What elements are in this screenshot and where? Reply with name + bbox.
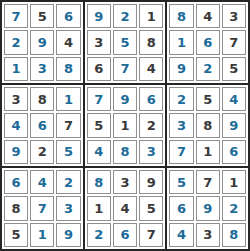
sudoku-cell-r2c7[interactable]: 1 xyxy=(169,30,193,54)
sudoku-board: 7562941389213586748431679253814679257965… xyxy=(0,0,250,251)
sudoku-cell-r6c2[interactable]: 2 xyxy=(30,140,54,164)
sudoku-cell-r2c2[interactable]: 9 xyxy=(30,30,54,54)
sudoku-cell-r9c7[interactable]: 4 xyxy=(169,223,193,247)
sudoku-cell-r5c9[interactable]: 9 xyxy=(222,113,246,137)
sudoku-cell-r8c5[interactable]: 4 xyxy=(113,196,137,220)
sudoku-cell-r3c4[interactable]: 6 xyxy=(87,57,111,81)
sudoku-cell-r1c9[interactable]: 3 xyxy=(222,4,246,28)
sudoku-cell-r2c9[interactable]: 7 xyxy=(222,30,246,54)
sudoku-cell-r7c5[interactable]: 3 xyxy=(113,170,137,194)
sudoku-cell-r1c1[interactable]: 7 xyxy=(4,4,28,28)
sudoku-cell-r5c6[interactable]: 2 xyxy=(139,113,163,137)
sudoku-cell-r9c9[interactable]: 8 xyxy=(222,223,246,247)
sudoku-box-3: 843167925 xyxy=(167,2,248,83)
sudoku-cell-r7c9[interactable]: 1 xyxy=(222,170,246,194)
sudoku-box-7: 642873519 xyxy=(2,168,83,249)
sudoku-cell-r8c9[interactable]: 2 xyxy=(222,196,246,220)
sudoku-cell-r7c4[interactable]: 8 xyxy=(87,170,111,194)
sudoku-cell-r2c8[interactable]: 6 xyxy=(196,30,220,54)
sudoku-cell-r6c8[interactable]: 1 xyxy=(196,140,220,164)
sudoku-cell-r6c4[interactable]: 4 xyxy=(87,140,111,164)
sudoku-cell-r7c3[interactable]: 2 xyxy=(56,170,80,194)
sudoku-cell-r2c4[interactable]: 3 xyxy=(87,30,111,54)
sudoku-box-2: 921358674 xyxy=(85,2,166,83)
sudoku-cell-r6c7[interactable]: 7 xyxy=(169,140,193,164)
sudoku-cell-r3c6[interactable]: 4 xyxy=(139,57,163,81)
sudoku-cell-r6c5[interactable]: 8 xyxy=(113,140,137,164)
sudoku-box-6: 254389716 xyxy=(167,85,248,166)
sudoku-cell-r6c3[interactable]: 5 xyxy=(56,140,80,164)
sudoku-cell-r5c3[interactable]: 7 xyxy=(56,113,80,137)
sudoku-cell-r9c2[interactable]: 1 xyxy=(30,223,54,247)
sudoku-cell-r9c3[interactable]: 9 xyxy=(56,223,80,247)
sudoku-cell-r5c2[interactable]: 6 xyxy=(30,113,54,137)
sudoku-cell-r4c3[interactable]: 1 xyxy=(56,87,80,111)
sudoku-cell-r4c4[interactable]: 7 xyxy=(87,87,111,111)
sudoku-cell-r7c6[interactable]: 9 xyxy=(139,170,163,194)
sudoku-cell-r8c3[interactable]: 3 xyxy=(56,196,80,220)
sudoku-cell-r5c1[interactable]: 4 xyxy=(4,113,28,137)
sudoku-cell-r4c7[interactable]: 2 xyxy=(169,87,193,111)
sudoku-cell-r6c1[interactable]: 9 xyxy=(4,140,28,164)
sudoku-cell-r7c8[interactable]: 7 xyxy=(196,170,220,194)
sudoku-cell-r2c6[interactable]: 8 xyxy=(139,30,163,54)
sudoku-box-4: 381467925 xyxy=(2,85,83,166)
sudoku-cell-r5c4[interactable]: 5 xyxy=(87,113,111,137)
sudoku-cell-r9c1[interactable]: 5 xyxy=(4,223,28,247)
sudoku-box-1: 756294138 xyxy=(2,2,83,83)
sudoku-cell-r3c5[interactable]: 7 xyxy=(113,57,137,81)
sudoku-cell-r6c6[interactable]: 3 xyxy=(139,140,163,164)
sudoku-cell-r9c4[interactable]: 2 xyxy=(87,223,111,247)
sudoku-cell-r7c2[interactable]: 4 xyxy=(30,170,54,194)
sudoku-cell-r1c8[interactable]: 4 xyxy=(196,4,220,28)
sudoku-cell-r8c6[interactable]: 5 xyxy=(139,196,163,220)
sudoku-cell-r1c3[interactable]: 6 xyxy=(56,4,80,28)
sudoku-cell-r4c8[interactable]: 5 xyxy=(196,87,220,111)
sudoku-cell-r2c5[interactable]: 5 xyxy=(113,30,137,54)
sudoku-cell-r1c2[interactable]: 5 xyxy=(30,4,54,28)
sudoku-cell-r1c7[interactable]: 8 xyxy=(169,4,193,28)
sudoku-cell-r7c7[interactable]: 5 xyxy=(169,170,193,194)
sudoku-cell-r4c9[interactable]: 4 xyxy=(222,87,246,111)
sudoku-cell-r9c6[interactable]: 7 xyxy=(139,223,163,247)
sudoku-cell-r4c1[interactable]: 3 xyxy=(4,87,28,111)
sudoku-cell-r6c9[interactable]: 6 xyxy=(222,140,246,164)
sudoku-cell-r2c3[interactable]: 4 xyxy=(56,30,80,54)
sudoku-cell-r8c8[interactable]: 9 xyxy=(196,196,220,220)
sudoku-cell-r2c1[interactable]: 2 xyxy=(4,30,28,54)
sudoku-cell-r3c8[interactable]: 2 xyxy=(196,57,220,81)
sudoku-cell-r9c5[interactable]: 6 xyxy=(113,223,137,247)
sudoku-cell-r9c8[interactable]: 3 xyxy=(196,223,220,247)
sudoku-cell-r8c1[interactable]: 8 xyxy=(4,196,28,220)
sudoku-cell-r5c5[interactable]: 1 xyxy=(113,113,137,137)
sudoku-cell-r1c5[interactable]: 2 xyxy=(113,4,137,28)
sudoku-cell-r4c5[interactable]: 9 xyxy=(113,87,137,111)
sudoku-cell-r5c7[interactable]: 3 xyxy=(169,113,193,137)
sudoku-cell-r1c4[interactable]: 9 xyxy=(87,4,111,28)
sudoku-cell-r4c2[interactable]: 8 xyxy=(30,87,54,111)
sudoku-box-9: 571692438 xyxy=(167,168,248,249)
sudoku-box-8: 839145267 xyxy=(85,168,166,249)
sudoku-cell-r3c1[interactable]: 1 xyxy=(4,57,28,81)
sudoku-cell-r8c7[interactable]: 6 xyxy=(169,196,193,220)
sudoku-cell-r8c2[interactable]: 7 xyxy=(30,196,54,220)
sudoku-cell-r4c6[interactable]: 6 xyxy=(139,87,163,111)
sudoku-box-5: 796512483 xyxy=(85,85,166,166)
sudoku-cell-r1c6[interactable]: 1 xyxy=(139,4,163,28)
sudoku-cell-r3c7[interactable]: 9 xyxy=(169,57,193,81)
sudoku-cell-r3c3[interactable]: 8 xyxy=(56,57,80,81)
sudoku-cell-r8c4[interactable]: 1 xyxy=(87,196,111,220)
sudoku-cell-r3c9[interactable]: 5 xyxy=(222,57,246,81)
sudoku-cell-r3c2[interactable]: 3 xyxy=(30,57,54,81)
sudoku-cell-r5c8[interactable]: 8 xyxy=(196,113,220,137)
sudoku-cell-r7c1[interactable]: 6 xyxy=(4,170,28,194)
